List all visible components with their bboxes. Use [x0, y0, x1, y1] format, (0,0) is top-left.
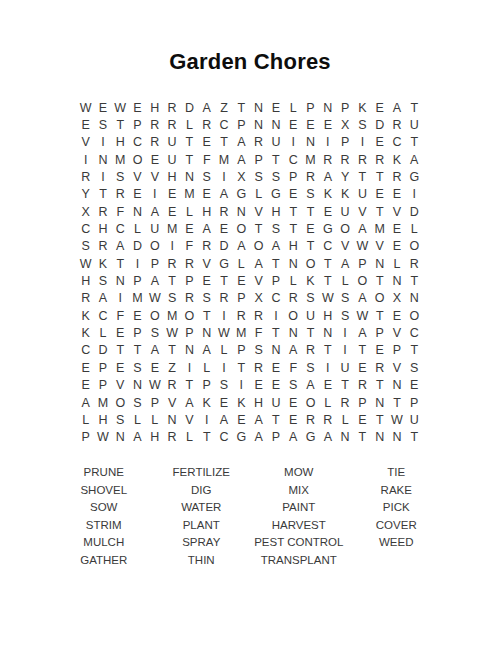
grid-cell[interactable]: N — [181, 168, 198, 185]
grid-cell[interactable]: N — [94, 151, 111, 168]
grid-cell[interactable]: L — [215, 342, 232, 359]
grid-cell[interactable]: R — [163, 255, 180, 272]
grid-cell[interactable]: E — [319, 116, 336, 133]
grid-cell[interactable]: M — [215, 151, 232, 168]
grid-cell[interactable]: N — [371, 429, 388, 446]
grid-cell[interactable]: S — [215, 377, 232, 394]
grid-cell[interactable]: F — [250, 324, 267, 341]
grid-cell[interactable]: V — [181, 411, 198, 428]
grid-cell[interactable]: V — [371, 238, 388, 255]
grid-cell[interactable]: K — [319, 186, 336, 203]
grid-cell[interactable]: S — [112, 168, 129, 185]
grid-cell[interactable]: S — [94, 116, 111, 133]
grid-cell[interactable]: R — [371, 151, 388, 168]
grid-cell[interactable]: R — [163, 429, 180, 446]
grid-cell[interactable]: A — [285, 342, 302, 359]
grid-cell[interactable]: Y — [336, 168, 353, 185]
grid-cell[interactable]: R — [163, 116, 180, 133]
grid-cell[interactable]: X — [77, 203, 94, 220]
grid-cell[interactable]: M — [302, 151, 319, 168]
grid-cell[interactable]: I — [336, 324, 353, 341]
grid-cell[interactable]: N — [129, 377, 146, 394]
grid-cell[interactable]: T — [215, 272, 232, 289]
grid-cell[interactable]: E — [198, 272, 215, 289]
grid-cell[interactable]: T — [112, 116, 129, 133]
grid-cell[interactable]: W — [388, 411, 405, 428]
grid-cell[interactable]: K — [77, 307, 94, 324]
grid-cell[interactable]: E — [215, 220, 232, 237]
grid-cell[interactable]: N — [302, 134, 319, 151]
grid-cell[interactable]: V — [250, 203, 267, 220]
grid-cell[interactable]: H — [267, 203, 284, 220]
grid-cell[interactable]: R — [285, 290, 302, 307]
grid-cell[interactable]: L — [250, 186, 267, 203]
grid-cell[interactable]: T — [319, 272, 336, 289]
grid-cell[interactable]: P — [388, 342, 405, 359]
grid-cell[interactable]: E — [371, 186, 388, 203]
grid-cell[interactable]: A — [146, 342, 163, 359]
grid-cell[interactable]: H — [198, 203, 215, 220]
grid-cell[interactable]: G — [302, 429, 319, 446]
grid-cell[interactable]: W — [77, 99, 94, 116]
grid-cell[interactable]: T — [267, 411, 284, 428]
grid-cell[interactable]: N — [406, 290, 423, 307]
grid-cell[interactable]: P — [94, 377, 111, 394]
grid-cell[interactable]: D — [181, 99, 198, 116]
grid-cell[interactable]: A — [198, 220, 215, 237]
grid-cell[interactable]: R — [181, 255, 198, 272]
grid-cell[interactable]: R — [146, 116, 163, 133]
grid-cell[interactable]: C — [285, 151, 302, 168]
grid-cell[interactable]: F — [112, 203, 129, 220]
grid-cell[interactable]: O — [406, 307, 423, 324]
grid-cell[interactable]: C — [406, 324, 423, 341]
grid-cell[interactable]: L — [77, 411, 94, 428]
grid-cell[interactable]: L — [336, 411, 353, 428]
grid-cell[interactable]: I — [267, 307, 284, 324]
grid-cell[interactable]: E — [267, 377, 284, 394]
grid-cell[interactable]: R — [233, 307, 250, 324]
grid-cell[interactable]: R — [198, 238, 215, 255]
grid-cell[interactable]: F — [198, 151, 215, 168]
grid-cell[interactable]: S — [146, 324, 163, 341]
grid-cell[interactable]: S — [354, 116, 371, 133]
grid-cell[interactable]: V — [388, 203, 405, 220]
grid-cell[interactable]: E — [129, 307, 146, 324]
grid-cell[interactable]: N — [250, 99, 267, 116]
grid-cell[interactable]: I — [215, 168, 232, 185]
grid-cell[interactable]: R — [319, 151, 336, 168]
grid-cell[interactable]: T — [406, 134, 423, 151]
grid-cell[interactable]: P — [406, 394, 423, 411]
grid-cell[interactable]: L — [181, 203, 198, 220]
grid-cell[interactable]: Z — [163, 359, 180, 376]
grid-cell[interactable]: T — [371, 272, 388, 289]
grid-cell[interactable]: C — [112, 220, 129, 237]
grid-cell[interactable]: M — [129, 290, 146, 307]
grid-cell[interactable]: A — [146, 203, 163, 220]
grid-cell[interactable]: I — [354, 134, 371, 151]
grid-cell[interactable]: F — [112, 307, 129, 324]
grid-cell[interactable]: M — [94, 394, 111, 411]
grid-cell[interactable]: R — [302, 411, 319, 428]
grid-cell[interactable]: E — [129, 186, 146, 203]
grid-cell[interactable]: G — [319, 220, 336, 237]
grid-cell[interactable]: T — [181, 151, 198, 168]
grid-cell[interactable]: R — [198, 116, 215, 133]
grid-cell[interactable]: H — [163, 168, 180, 185]
grid-cell[interactable]: S — [267, 220, 284, 237]
grid-cell[interactable]: T — [354, 342, 371, 359]
grid-cell[interactable]: R — [215, 290, 232, 307]
grid-cell[interactable]: I — [77, 151, 94, 168]
grid-cell[interactable]: K — [77, 324, 94, 341]
grid-cell[interactable]: A — [198, 342, 215, 359]
grid-cell[interactable]: V — [77, 134, 94, 151]
grid-cell[interactable]: V — [112, 377, 129, 394]
grid-cell[interactable]: E — [94, 99, 111, 116]
grid-cell[interactable]: S — [267, 168, 284, 185]
grid-cell[interactable]: S — [302, 290, 319, 307]
grid-cell[interactable]: E — [112, 324, 129, 341]
grid-cell[interactable]: I — [181, 359, 198, 376]
grid-cell[interactable]: N — [267, 116, 284, 133]
grid-cell[interactable]: W — [146, 377, 163, 394]
grid-cell[interactable]: D — [129, 238, 146, 255]
grid-cell[interactable]: I — [94, 134, 111, 151]
grid-cell[interactable]: T — [388, 394, 405, 411]
grid-cell[interactable]: E — [250, 377, 267, 394]
grid-cell[interactable]: T — [267, 324, 284, 341]
grid-cell[interactable]: A — [250, 255, 267, 272]
grid-cell[interactable]: R — [112, 186, 129, 203]
grid-cell[interactable]: T — [302, 324, 319, 341]
grid-cell[interactable]: N — [388, 429, 405, 446]
grid-cell[interactable]: R — [388, 116, 405, 133]
grid-cell[interactable]: H — [319, 307, 336, 324]
grid-cell[interactable]: A — [250, 429, 267, 446]
grid-cell[interactable]: P — [354, 255, 371, 272]
grid-cell[interactable]: I — [198, 411, 215, 428]
grid-cell[interactable]: U — [354, 186, 371, 203]
grid-cell[interactable]: P — [267, 429, 284, 446]
grid-cell[interactable]: P — [129, 116, 146, 133]
grid-cell[interactable]: S — [406, 359, 423, 376]
grid-cell[interactable]: I — [146, 186, 163, 203]
grid-cell[interactable]: W — [163, 324, 180, 341]
grid-cell[interactable]: I — [319, 359, 336, 376]
grid-cell[interactable]: E — [267, 359, 284, 376]
grid-cell[interactable]: P — [336, 99, 353, 116]
grid-cell[interactable]: O — [112, 394, 129, 411]
grid-cell[interactable]: E — [319, 203, 336, 220]
grid-cell[interactable]: H — [112, 134, 129, 151]
grid-cell[interactable]: V — [198, 255, 215, 272]
grid-cell[interactable]: U — [406, 411, 423, 428]
grid-cell[interactable]: N — [371, 255, 388, 272]
grid-cell[interactable]: P — [181, 324, 198, 341]
grid-cell[interactable]: A — [233, 151, 250, 168]
grid-cell[interactable]: O — [250, 238, 267, 255]
grid-cell[interactable]: K — [94, 255, 111, 272]
grid-cell[interactable]: N — [388, 377, 405, 394]
grid-cell[interactable]: V — [163, 394, 180, 411]
grid-cell[interactable]: E — [129, 99, 146, 116]
grid-cell[interactable]: A — [198, 99, 215, 116]
grid-cell[interactable]: P — [77, 429, 94, 446]
grid-cell[interactable]: T — [163, 342, 180, 359]
grid-cell[interactable]: X — [250, 290, 267, 307]
grid-cell[interactable]: T — [336, 377, 353, 394]
grid-cell[interactable]: T — [163, 272, 180, 289]
grid-cell[interactable]: E — [285, 116, 302, 133]
grid-cell[interactable]: U — [302, 307, 319, 324]
grid-cell[interactable]: V — [388, 324, 405, 341]
grid-cell[interactable]: E — [285, 186, 302, 203]
grid-cell[interactable]: T — [371, 168, 388, 185]
grid-cell[interactable]: M — [233, 324, 250, 341]
grid-cell[interactable]: H — [146, 429, 163, 446]
grid-cell[interactable]: N — [112, 429, 129, 446]
grid-cell[interactable]: O — [336, 220, 353, 237]
grid-cell[interactable]: T — [198, 307, 215, 324]
grid-cell[interactable]: U — [336, 203, 353, 220]
grid-cell[interactable]: A — [319, 168, 336, 185]
grid-cell[interactable]: G — [267, 186, 284, 203]
grid-cell[interactable]: R — [388, 168, 405, 185]
grid-cell[interactable]: W — [354, 238, 371, 255]
grid-cell[interactable]: F — [181, 238, 198, 255]
grid-cell[interactable]: T — [302, 203, 319, 220]
grid-cell[interactable]: A — [94, 290, 111, 307]
grid-cell[interactable]: V — [336, 238, 353, 255]
grid-cell[interactable]: L — [94, 324, 111, 341]
grid-cell[interactable]: H — [77, 272, 94, 289]
grid-cell[interactable]: L — [233, 255, 250, 272]
grid-cell[interactable]: R — [302, 342, 319, 359]
grid-cell[interactable]: O — [129, 151, 146, 168]
grid-cell[interactable]: G — [406, 168, 423, 185]
grid-cell[interactable]: S — [198, 168, 215, 185]
grid-cell[interactable]: U — [146, 220, 163, 237]
grid-cell[interactable]: V — [250, 272, 267, 289]
grid-cell[interactable]: A — [285, 429, 302, 446]
grid-cell[interactable]: P — [129, 324, 146, 341]
grid-cell[interactable]: W — [354, 307, 371, 324]
grid-cell[interactable]: P — [233, 290, 250, 307]
grid-cell[interactable]: T — [285, 220, 302, 237]
grid-cell[interactable]: E — [388, 220, 405, 237]
grid-cell[interactable]: T — [371, 411, 388, 428]
grid-cell[interactable]: T — [406, 342, 423, 359]
grid-cell[interactable]: A — [319, 429, 336, 446]
grid-cell[interactable]: P — [198, 377, 215, 394]
grid-cell[interactable]: T — [371, 203, 388, 220]
grid-cell[interactable]: E — [388, 238, 405, 255]
grid-cell[interactable]: S — [250, 342, 267, 359]
grid-cell[interactable]: D — [406, 203, 423, 220]
grid-cell[interactable]: N — [181, 342, 198, 359]
grid-cell[interactable]: E — [146, 359, 163, 376]
grid-cell[interactable]: P — [146, 394, 163, 411]
grid-cell[interactable]: I — [112, 290, 129, 307]
grid-cell[interactable]: T — [181, 134, 198, 151]
grid-cell[interactable]: S — [129, 359, 146, 376]
grid-cell[interactable]: R — [163, 99, 180, 116]
grid-cell[interactable]: R — [371, 359, 388, 376]
grid-cell[interactable]: I — [233, 377, 250, 394]
grid-cell[interactable]: E — [77, 377, 94, 394]
grid-cell[interactable]: K — [302, 272, 319, 289]
grid-cell[interactable]: R — [336, 151, 353, 168]
grid-cell[interactable]: T — [319, 255, 336, 272]
grid-cell[interactable]: R — [406, 255, 423, 272]
grid-cell[interactable]: W — [319, 290, 336, 307]
grid-cell[interactable]: G — [233, 186, 250, 203]
grid-cell[interactable]: E — [198, 134, 215, 151]
grid-cell[interactable]: T — [354, 168, 371, 185]
grid-cell[interactable]: N — [319, 324, 336, 341]
grid-cell[interactable]: I — [406, 186, 423, 203]
grid-cell[interactable]: W — [215, 324, 232, 341]
grid-cell[interactable]: E — [319, 377, 336, 394]
grid-cell[interactable]: O — [302, 255, 319, 272]
grid-cell[interactable]: E — [371, 134, 388, 151]
grid-cell[interactable]: T — [112, 342, 129, 359]
grid-cell[interactable]: S — [112, 411, 129, 428]
grid-cell[interactable]: T — [302, 238, 319, 255]
grid-cell[interactable]: T — [406, 429, 423, 446]
grid-cell[interactable]: G — [215, 255, 232, 272]
grid-cell[interactable]: L — [146, 411, 163, 428]
grid-cell[interactable]: P — [233, 116, 250, 133]
grid-cell[interactable]: T — [267, 151, 284, 168]
grid-cell[interactable]: I — [129, 255, 146, 272]
grid-cell[interactable]: T — [371, 307, 388, 324]
grid-cell[interactable]: W — [146, 290, 163, 307]
grid-cell[interactable]: L — [285, 272, 302, 289]
grid-cell[interactable]: E — [198, 186, 215, 203]
grid-cell[interactable]: N — [371, 394, 388, 411]
grid-cell[interactable]: O — [354, 272, 371, 289]
grid-cell[interactable]: T — [319, 342, 336, 359]
grid-cell[interactable]: L — [406, 220, 423, 237]
grid-cell[interactable]: E — [285, 411, 302, 428]
grid-cell[interactable]: P — [129, 272, 146, 289]
grid-cell[interactable]: W — [112, 99, 129, 116]
grid-cell[interactable]: E — [112, 359, 129, 376]
grid-cell[interactable]: P — [181, 272, 198, 289]
grid-cell[interactable]: P — [302, 99, 319, 116]
grid-cell[interactable]: A — [233, 238, 250, 255]
grid-cell[interactable]: K — [336, 186, 353, 203]
grid-cell[interactable]: I — [215, 359, 232, 376]
grid-cell[interactable]: O — [181, 307, 198, 324]
grid-cell[interactable]: U — [267, 394, 284, 411]
grid-cell[interactable]: R — [319, 411, 336, 428]
grid-cell[interactable]: W — [94, 429, 111, 446]
grid-cell[interactable]: T — [198, 429, 215, 446]
grid-cell[interactable]: A — [233, 134, 250, 151]
grid-cell[interactable]: E — [233, 411, 250, 428]
grid-cell[interactable]: A — [388, 99, 405, 116]
grid-cell[interactable]: O — [302, 394, 319, 411]
grid-cell[interactable]: H — [250, 394, 267, 411]
grid-cell[interactable]: Z — [215, 99, 232, 116]
grid-cell[interactable]: S — [198, 290, 215, 307]
grid-cell[interactable]: I — [285, 134, 302, 151]
grid-cell[interactable]: K — [233, 394, 250, 411]
grid-cell[interactable]: T — [129, 342, 146, 359]
grid-cell[interactable]: T — [233, 99, 250, 116]
grid-cell[interactable]: A — [267, 238, 284, 255]
grid-cell[interactable]: A — [354, 324, 371, 341]
grid-cell[interactable]: W — [77, 255, 94, 272]
grid-cell[interactable]: T — [181, 377, 198, 394]
grid-cell[interactable]: E — [406, 377, 423, 394]
grid-cell[interactable]: X — [336, 116, 353, 133]
grid-cell[interactable]: E — [302, 220, 319, 237]
grid-cell[interactable]: S — [77, 238, 94, 255]
grid-cell[interactable]: T — [406, 272, 423, 289]
grid-cell[interactable]: A — [215, 411, 232, 428]
grid-cell[interactable]: A — [354, 220, 371, 237]
grid-cell[interactable]: E — [181, 220, 198, 237]
grid-cell[interactable]: M — [163, 307, 180, 324]
grid-cell[interactable]: S — [336, 290, 353, 307]
grid-cell[interactable]: A — [215, 186, 232, 203]
grid-cell[interactable]: V — [354, 203, 371, 220]
grid-cell[interactable]: E — [388, 186, 405, 203]
grid-cell[interactable]: O — [285, 307, 302, 324]
grid-cell[interactable]: C — [129, 134, 146, 151]
grid-cell[interactable]: O — [146, 238, 163, 255]
grid-cell[interactable]: E — [388, 307, 405, 324]
grid-cell[interactable]: X — [233, 168, 250, 185]
grid-cell[interactable]: L — [198, 359, 215, 376]
grid-cell[interactable]: E — [354, 359, 371, 376]
grid-cell[interactable]: U — [163, 151, 180, 168]
grid-cell[interactable]: H — [146, 99, 163, 116]
grid-cell[interactable]: L — [319, 394, 336, 411]
grid-cell[interactable]: N — [233, 203, 250, 220]
grid-cell[interactable]: V — [388, 359, 405, 376]
grid-cell[interactable]: O — [406, 238, 423, 255]
grid-cell[interactable]: L — [181, 429, 198, 446]
grid-cell[interactable]: V — [129, 168, 146, 185]
grid-cell[interactable]: E — [77, 116, 94, 133]
grid-cell[interactable]: K — [198, 394, 215, 411]
grid-cell[interactable]: E — [371, 342, 388, 359]
grid-cell[interactable]: V — [146, 168, 163, 185]
grid-cell[interactable]: R — [94, 238, 111, 255]
grid-cell[interactable]: T — [285, 203, 302, 220]
grid-cell[interactable]: R — [215, 203, 232, 220]
grid-cell[interactable]: C — [77, 342, 94, 359]
grid-cell[interactable]: N — [285, 324, 302, 341]
grid-cell[interactable]: U — [406, 116, 423, 133]
grid-cell[interactable]: K — [388, 151, 405, 168]
grid-cell[interactable]: I — [163, 238, 180, 255]
grid-cell[interactable]: T — [371, 377, 388, 394]
grid-cell[interactable]: N — [336, 429, 353, 446]
grid-cell[interactable]: C — [94, 307, 111, 324]
grid-cell[interactable]: U — [336, 359, 353, 376]
grid-cell[interactable]: X — [388, 290, 405, 307]
grid-cell[interactable]: A — [129, 429, 146, 446]
grid-cell[interactable]: P — [371, 324, 388, 341]
grid-cell[interactable]: A — [406, 151, 423, 168]
